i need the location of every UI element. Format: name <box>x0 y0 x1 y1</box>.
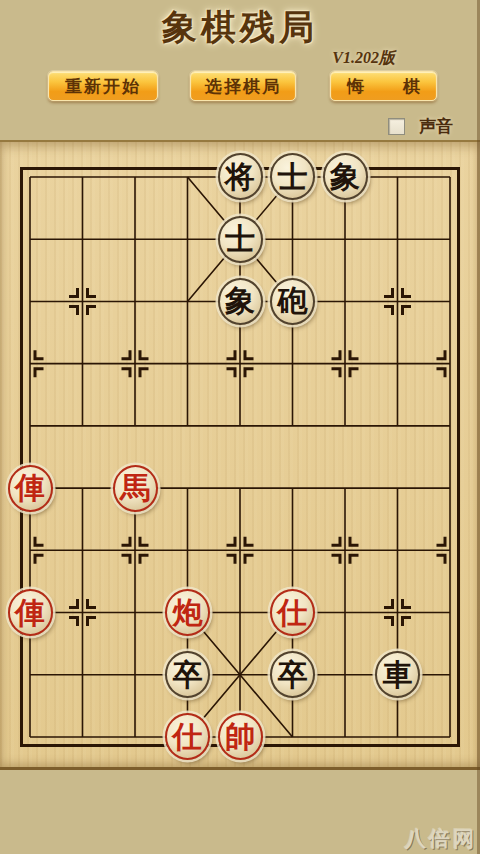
piece-black-卒[interactable]: 卒 <box>165 651 210 698</box>
restart-button[interactable]: 重新开始 <box>48 71 158 101</box>
undo-button[interactable]: 悔 棋 <box>330 71 437 101</box>
piece-red-俥[interactable]: 俥 <box>8 589 53 636</box>
piece-char: 砲 <box>278 286 308 316</box>
undo-button-label-right: 棋 <box>403 75 420 98</box>
sound-checkbox[interactable] <box>388 118 405 135</box>
piece-red-仕[interactable]: 仕 <box>270 589 315 636</box>
piece-red-俥[interactable]: 俥 <box>8 465 53 512</box>
piece-black-卒[interactable]: 卒 <box>270 651 315 698</box>
piece-black-砲[interactable]: 砲 <box>270 278 315 325</box>
watermark: 八倍网 <box>405 825 477 853</box>
piece-char: 士 <box>278 162 308 192</box>
piece-char: 象 <box>330 162 360 192</box>
piece-char: 士 <box>225 224 255 254</box>
app-title: 象棋残局 <box>162 4 318 51</box>
piece-char: 俥 <box>15 473 45 503</box>
piece-char: 卒 <box>278 660 308 690</box>
piece-char: 馬 <box>120 473 150 503</box>
piece-black-象[interactable]: 象 <box>323 153 368 200</box>
pieces-layer: 将士象士象砲俥馬俥炮仕卒卒車仕帥 <box>4 146 477 768</box>
piece-char: 車 <box>383 660 413 690</box>
piece-red-仕[interactable]: 仕 <box>165 713 210 760</box>
undo-button-label-left: 悔 <box>347 75 364 98</box>
sound-label: 声音 <box>419 115 453 138</box>
piece-black-象[interactable]: 象 <box>218 278 263 325</box>
piece-char: 象 <box>225 286 255 316</box>
piece-black-車[interactable]: 車 <box>375 651 420 698</box>
sound-setting: 声音 <box>388 115 453 138</box>
piece-char: 卒 <box>173 660 203 690</box>
piece-char: 将 <box>225 162 255 192</box>
app-version: V1.202版 <box>85 48 395 69</box>
piece-black-士[interactable]: 士 <box>270 153 315 200</box>
piece-black-将[interactable]: 将 <box>218 153 263 200</box>
select-game-button[interactable]: 选择棋局 <box>190 71 296 101</box>
piece-red-馬[interactable]: 馬 <box>113 465 158 512</box>
piece-char: 炮 <box>173 598 203 628</box>
piece-black-士[interactable]: 士 <box>218 216 263 263</box>
piece-char: 帥 <box>225 722 255 752</box>
piece-char: 俥 <box>15 598 45 628</box>
header: 象棋残局 V1.202版 <box>0 4 480 69</box>
xiangqi-board[interactable]: 将士象士象砲俥馬俥炮仕卒卒車仕帥 <box>0 140 480 770</box>
piece-red-帥[interactable]: 帥 <box>218 713 263 760</box>
piece-red-炮[interactable]: 炮 <box>165 589 210 636</box>
piece-char: 仕 <box>278 598 308 628</box>
piece-char: 仕 <box>173 722 203 752</box>
